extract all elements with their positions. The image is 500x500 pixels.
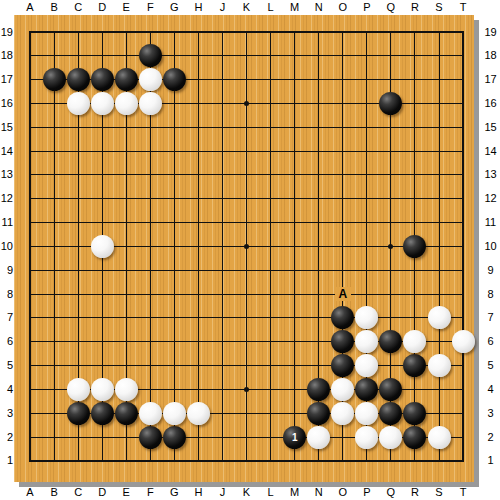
- black-stone-d3: [91, 402, 114, 425]
- star-point-k16: [244, 101, 249, 106]
- coord-top-g: G: [165, 1, 183, 14]
- coord-top-l: L: [262, 1, 280, 14]
- coord-top-a: A: [21, 1, 39, 14]
- coord-top-s: S: [430, 1, 448, 14]
- coord-right-8: 8: [481, 288, 500, 301]
- black-stone-q3: [379, 402, 402, 425]
- coord-right-15: 15: [481, 121, 500, 134]
- coord-bottom-h: H: [189, 486, 207, 499]
- white-stone-f16: [139, 92, 162, 115]
- coord-left-19: 19: [0, 26, 13, 39]
- coord-left-5: 5: [0, 359, 13, 372]
- coord-top-e: E: [117, 1, 135, 14]
- coord-left-7: 7: [0, 311, 13, 324]
- white-stone-n2: [307, 426, 330, 449]
- coord-bottom-g: G: [165, 486, 183, 499]
- coord-top-j: J: [213, 1, 231, 14]
- coord-left-1: 1: [0, 454, 13, 467]
- coord-right-10: 10: [481, 240, 500, 253]
- coord-right-12: 12: [481, 192, 500, 205]
- coord-right-4: 4: [481, 383, 500, 396]
- coord-top-f: F: [141, 1, 159, 14]
- star-point-k10: [244, 244, 249, 249]
- grid-hline-8: [30, 294, 463, 295]
- black-stone-e17: [115, 68, 138, 91]
- coord-bottom-e: E: [117, 486, 135, 499]
- coord-top-c: C: [69, 1, 87, 14]
- black-stone-g2: [163, 426, 186, 449]
- star-point-k4: [244, 387, 249, 392]
- coord-bottom-c: C: [69, 486, 87, 499]
- coord-top-p: P: [358, 1, 376, 14]
- grid-vline-l: [270, 32, 271, 461]
- coord-left-11: 11: [0, 216, 13, 229]
- black-stone-c3: [67, 402, 90, 425]
- black-stone-n4: [307, 378, 330, 401]
- black-stone-m2: 1: [283, 426, 306, 449]
- white-stone-c16: [67, 92, 90, 115]
- white-stone-e16: [115, 92, 138, 115]
- coord-bottom-j: J: [213, 486, 231, 499]
- coord-right-3: 3: [481, 407, 500, 420]
- go-board-diagram: AABBCCDDEEFFGGHHJJKKLLMMNNOOPPQQRRSSTT19…: [0, 0, 500, 500]
- coord-right-18: 18: [481, 49, 500, 62]
- coord-right-1: 1: [481, 454, 500, 467]
- white-stone-h3: [187, 402, 210, 425]
- coord-left-17: 17: [0, 73, 13, 86]
- white-stone-s2: [428, 426, 451, 449]
- coord-left-2: 2: [0, 431, 13, 444]
- coord-left-12: 12: [0, 192, 13, 205]
- coord-right-7: 7: [481, 311, 500, 324]
- black-stone-c17: [67, 68, 90, 91]
- move-number-label-m2: 1: [292, 426, 298, 449]
- coord-right-14: 14: [481, 145, 500, 158]
- coord-right-16: 16: [481, 97, 500, 110]
- white-stone-d16: [91, 92, 114, 115]
- white-stone-o3: [331, 402, 354, 425]
- coord-left-15: 15: [0, 121, 13, 134]
- coord-bottom-r: R: [406, 486, 424, 499]
- coord-left-6: 6: [0, 335, 13, 348]
- black-stone-d17: [91, 68, 114, 91]
- black-stone-n3: [307, 402, 330, 425]
- coord-bottom-m: M: [286, 486, 304, 499]
- black-stone-f2: [139, 426, 162, 449]
- grid-vline-m: [294, 32, 295, 461]
- black-stone-g17: [163, 68, 186, 91]
- coord-top-m: M: [286, 1, 304, 14]
- black-stone-r2: [403, 426, 426, 449]
- coord-right-2: 2: [481, 431, 500, 444]
- coord-bottom-k: K: [238, 486, 256, 499]
- coord-left-3: 3: [0, 407, 13, 420]
- coord-bottom-a: A: [21, 486, 39, 499]
- grid-vline-s: [439, 32, 440, 461]
- white-stone-e4: [115, 378, 138, 401]
- coord-bottom-q: Q: [382, 486, 400, 499]
- white-stone-q2: [379, 426, 402, 449]
- white-stone-p2: [355, 426, 378, 449]
- white-stone-s7: [428, 306, 451, 329]
- coord-top-h: H: [189, 1, 207, 14]
- coord-left-4: 4: [0, 383, 13, 396]
- white-stone-f3: [139, 402, 162, 425]
- point-label-a-o8: A: [335, 287, 351, 301]
- grid-hline-9: [30, 270, 463, 271]
- white-stone-d10: [91, 235, 114, 258]
- coord-top-k: K: [238, 1, 256, 14]
- coord-bottom-l: L: [262, 486, 280, 499]
- white-stone-g3: [163, 402, 186, 425]
- white-stone-f17: [139, 68, 162, 91]
- coord-bottom-t: T: [454, 486, 472, 499]
- white-stone-t6: [452, 330, 475, 353]
- coord-left-8: 8: [0, 288, 13, 301]
- coord-right-6: 6: [481, 335, 500, 348]
- black-stone-e3: [115, 402, 138, 425]
- coord-top-t: T: [454, 1, 472, 14]
- coord-right-19: 19: [481, 26, 500, 39]
- coord-top-d: D: [93, 1, 111, 14]
- coord-top-q: Q: [382, 1, 400, 14]
- coord-bottom-o: O: [334, 486, 352, 499]
- coord-bottom-d: D: [93, 486, 111, 499]
- black-stone-b17: [43, 68, 66, 91]
- white-stone-p3: [355, 402, 378, 425]
- coord-bottom-n: N: [310, 486, 328, 499]
- coord-top-r: R: [406, 1, 424, 14]
- white-stone-d4: [91, 378, 114, 401]
- coord-top-o: O: [334, 1, 352, 14]
- coord-right-11: 11: [481, 216, 500, 229]
- coord-bottom-p: P: [358, 486, 376, 499]
- grid-hline-5: [30, 365, 463, 366]
- coord-right-9: 9: [481, 264, 500, 277]
- coord-left-9: 9: [0, 264, 13, 277]
- coord-top-n: N: [310, 1, 328, 14]
- white-stone-s5: [428, 354, 451, 377]
- grid-hline-7: [30, 317, 463, 318]
- coord-left-14: 14: [0, 145, 13, 158]
- coord-left-13: 13: [0, 168, 13, 181]
- coord-top-b: B: [45, 1, 63, 14]
- coord-right-13: 13: [481, 168, 500, 181]
- coord-right-5: 5: [481, 359, 500, 372]
- coord-bottom-f: F: [141, 486, 159, 499]
- black-stone-f18: [139, 44, 162, 67]
- coord-right-17: 17: [481, 73, 500, 86]
- white-stone-c4: [67, 378, 90, 401]
- coord-left-16: 16: [0, 97, 13, 110]
- coord-bottom-s: S: [430, 486, 448, 499]
- coord-left-10: 10: [0, 240, 13, 253]
- coord-left-18: 18: [0, 49, 13, 62]
- coord-bottom-b: B: [45, 486, 63, 499]
